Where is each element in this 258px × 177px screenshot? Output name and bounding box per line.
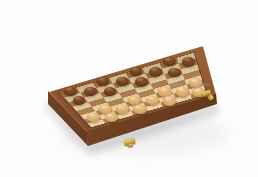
checker-piece-light[interactable] [133, 105, 146, 114]
checker-piece-light[interactable] [128, 96, 141, 105]
checker-piece-light[interactable] [176, 87, 189, 97]
checker-piece-dark[interactable] [104, 87, 117, 96]
checker-piece-dark[interactable] [168, 68, 181, 78]
checker-piece-dark[interactable] [163, 57, 176, 67]
checker-piece-dark[interactable] [149, 67, 162, 77]
checker-piece-dark[interactable] [135, 77, 148, 86]
product-photo: www.·······.com [0, 0, 258, 177]
checker-piece-dark[interactable] [84, 87, 97, 96]
checker-piece-light[interactable] [87, 113, 100, 122]
checker-piece-dark[interactable] [73, 96, 86, 105]
checker-piece-dark[interactable] [116, 77, 129, 86]
checker-piece-light[interactable] [146, 96, 159, 105]
checker-piece-dark[interactable] [97, 77, 110, 86]
checker-piece-light[interactable] [105, 113, 118, 122]
checker-piece-dark[interactable] [130, 67, 143, 76]
checker-piece-dark[interactable] [64, 87, 77, 96]
checker-piece-light[interactable] [116, 105, 129, 114]
checker-piece-light[interactable] [189, 78, 202, 88]
checker-piece-light[interactable] [163, 96, 176, 105]
pieces-layer [0, 0, 258, 177]
checker-piece-dark[interactable] [182, 57, 195, 67]
